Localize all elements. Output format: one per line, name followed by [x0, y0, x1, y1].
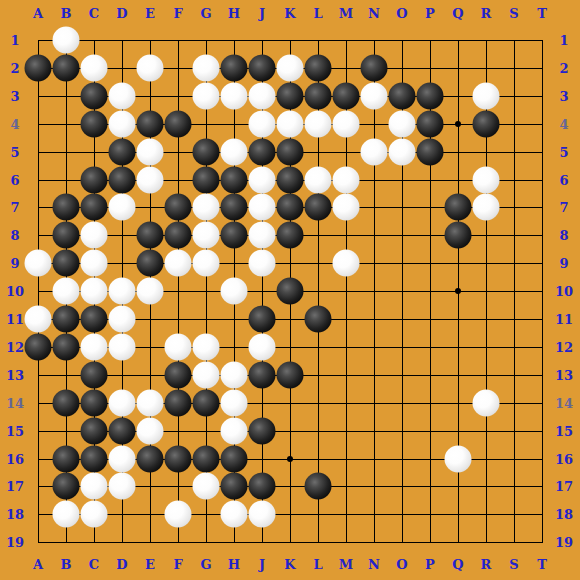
grid-horizontal-line: [38, 542, 543, 543]
white-stone-a11[interactable]: [25, 306, 52, 333]
column-label-top-h: H: [228, 7, 240, 20]
white-stone-g8[interactable]: [193, 222, 220, 249]
column-label-bottom-e: E: [145, 558, 155, 571]
white-stone-j4[interactable]: [249, 110, 276, 137]
white-stone-g9[interactable]: [193, 250, 220, 277]
white-stone-j3[interactable]: [249, 82, 276, 109]
black-stone-d5[interactable]: [109, 138, 136, 165]
white-stone-o5[interactable]: [389, 138, 416, 165]
column-label-bottom-h: H: [228, 558, 240, 571]
row-label-right-5: 5: [559, 145, 568, 158]
row-label-right-11: 11: [555, 313, 573, 326]
row-label-right-3: 3: [559, 89, 568, 102]
column-label-bottom-a: A: [33, 558, 43, 571]
white-stone-e15[interactable]: [137, 417, 164, 444]
white-stone-g12[interactable]: [193, 333, 220, 360]
black-stone-l7[interactable]: [305, 194, 332, 221]
black-stone-b11[interactable]: [53, 306, 80, 333]
black-stone-g6[interactable]: [193, 166, 220, 193]
column-label-top-f: F: [173, 7, 182, 20]
row-label-left-5: 5: [10, 145, 19, 158]
go-board[interactable]: AABBCCDDEEFFGGHHJJKKLLMMNNOOPPQQRRSSTT11…: [0, 0, 580, 580]
column-label-bottom-s: S: [509, 558, 518, 571]
white-stone-f18[interactable]: [165, 501, 192, 528]
row-label-left-15: 15: [6, 424, 24, 437]
row-label-right-9: 9: [559, 257, 568, 270]
white-stone-c17[interactable]: [81, 473, 108, 500]
column-label-top-l: L: [313, 7, 322, 20]
black-stone-e16[interactable]: [137, 445, 164, 472]
row-label-left-11: 11: [6, 313, 24, 326]
column-label-top-k: K: [284, 7, 295, 20]
black-stone-l11[interactable]: [305, 306, 332, 333]
grid-vertical-line: [514, 40, 515, 543]
black-stone-l2[interactable]: [305, 54, 332, 81]
column-label-bottom-p: P: [425, 558, 435, 571]
column-label-top-e: E: [145, 7, 155, 20]
row-label-left-3: 3: [10, 89, 19, 102]
row-label-right-7: 7: [559, 201, 568, 214]
white-stone-h13[interactable]: [221, 361, 248, 388]
column-label-top-o: O: [396, 7, 407, 20]
row-label-right-19: 19: [555, 536, 573, 549]
white-stone-b10[interactable]: [53, 278, 80, 305]
black-stone-p5[interactable]: [417, 138, 444, 165]
black-stone-j17[interactable]: [249, 473, 276, 500]
white-stone-n5[interactable]: [361, 138, 388, 165]
column-label-bottom-j: J: [259, 558, 265, 571]
white-stone-j6[interactable]: [249, 166, 276, 193]
column-label-bottom-k: K: [284, 558, 295, 571]
row-label-left-19: 19: [6, 536, 24, 549]
white-stone-d11[interactable]: [109, 306, 136, 333]
white-stone-r7[interactable]: [473, 194, 500, 221]
black-stone-n2[interactable]: [361, 54, 388, 81]
black-stone-b14[interactable]: [53, 389, 80, 416]
black-stone-b7[interactable]: [53, 194, 80, 221]
black-stone-f4[interactable]: [165, 110, 192, 137]
row-label-left-7: 7: [10, 201, 19, 214]
white-stone-m9[interactable]: [333, 250, 360, 277]
column-label-top-r: R: [481, 7, 492, 20]
column-label-bottom-l: L: [313, 558, 322, 571]
row-label-right-12: 12: [555, 340, 573, 353]
black-stone-q8[interactable]: [445, 222, 472, 249]
white-stone-q16[interactable]: [445, 445, 472, 472]
column-label-bottom-r: R: [481, 558, 492, 571]
white-stone-k2[interactable]: [277, 54, 304, 81]
black-stone-k10[interactable]: [277, 278, 304, 305]
row-label-left-10: 10: [6, 285, 24, 298]
black-stone-f7[interactable]: [165, 194, 192, 221]
white-stone-e6[interactable]: [137, 166, 164, 193]
row-label-right-2: 2: [559, 61, 568, 74]
white-stone-c9[interactable]: [81, 250, 108, 277]
white-stone-d14[interactable]: [109, 389, 136, 416]
black-stone-f8[interactable]: [165, 222, 192, 249]
column-label-bottom-c: C: [89, 558, 99, 571]
black-stone-p4[interactable]: [417, 110, 444, 137]
black-stone-b2[interactable]: [53, 54, 80, 81]
column-label-top-t: T: [537, 7, 547, 20]
white-stone-g7[interactable]: [193, 194, 220, 221]
column-label-bottom-t: T: [537, 558, 547, 571]
white-stone-l4[interactable]: [305, 110, 332, 137]
black-stone-f14[interactable]: [165, 389, 192, 416]
black-stone-c13[interactable]: [81, 361, 108, 388]
black-stone-d6[interactable]: [109, 166, 136, 193]
row-label-left-14: 14: [6, 396, 24, 409]
grid-horizontal-line: [38, 514, 543, 515]
white-stone-g17[interactable]: [193, 473, 220, 500]
white-stone-a9[interactable]: [25, 250, 52, 277]
white-stone-e10[interactable]: [137, 278, 164, 305]
white-stone-c8[interactable]: [81, 222, 108, 249]
white-stone-d17[interactable]: [109, 473, 136, 500]
black-stone-j2[interactable]: [249, 54, 276, 81]
black-stone-e4[interactable]: [137, 110, 164, 137]
black-stone-b8[interactable]: [53, 222, 80, 249]
white-stone-r3[interactable]: [473, 82, 500, 109]
white-stone-k4[interactable]: [277, 110, 304, 137]
white-stone-e14[interactable]: [137, 389, 164, 416]
row-label-left-17: 17: [6, 480, 24, 493]
row-label-right-16: 16: [555, 452, 573, 465]
white-stone-j18[interactable]: [249, 501, 276, 528]
black-stone-c3[interactable]: [81, 82, 108, 109]
row-label-right-1: 1: [559, 34, 568, 47]
black-stone-c6[interactable]: [81, 166, 108, 193]
black-stone-m3[interactable]: [333, 82, 360, 109]
black-stone-h17[interactable]: [221, 473, 248, 500]
black-stone-o3[interactable]: [389, 82, 416, 109]
white-stone-e2[interactable]: [137, 54, 164, 81]
column-label-top-n: N: [368, 7, 380, 20]
white-stone-n3[interactable]: [361, 82, 388, 109]
white-stone-g13[interactable]: [193, 361, 220, 388]
white-stone-f9[interactable]: [165, 250, 192, 277]
white-stone-e5[interactable]: [137, 138, 164, 165]
black-stone-r4[interactable]: [473, 110, 500, 137]
black-stone-e8[interactable]: [137, 222, 164, 249]
white-stone-j7[interactable]: [249, 194, 276, 221]
black-stone-l3[interactable]: [305, 82, 332, 109]
white-stone-l6[interactable]: [305, 166, 332, 193]
black-stone-l17[interactable]: [305, 473, 332, 500]
row-label-left-2: 2: [10, 61, 19, 74]
white-stone-d16[interactable]: [109, 445, 136, 472]
white-stone-g2[interactable]: [193, 54, 220, 81]
black-stone-j5[interactable]: [249, 138, 276, 165]
row-label-right-10: 10: [555, 285, 573, 298]
black-stone-p3[interactable]: [417, 82, 444, 109]
white-stone-h15[interactable]: [221, 417, 248, 444]
black-stone-e9[interactable]: [137, 250, 164, 277]
row-label-left-9: 9: [10, 257, 19, 270]
black-stone-b12[interactable]: [53, 333, 80, 360]
star-point-q10: [455, 288, 461, 294]
column-label-top-c: C: [89, 7, 99, 20]
white-stone-b1[interactable]: [53, 27, 80, 54]
black-stone-c14[interactable]: [81, 389, 108, 416]
black-stone-b16[interactable]: [53, 445, 80, 472]
black-stone-f13[interactable]: [165, 361, 192, 388]
row-label-right-17: 17: [555, 480, 573, 493]
black-stone-b9[interactable]: [53, 250, 80, 277]
white-stone-r6[interactable]: [473, 166, 500, 193]
row-label-left-6: 6: [10, 173, 19, 186]
black-stone-k6[interactable]: [277, 166, 304, 193]
white-stone-m4[interactable]: [333, 110, 360, 137]
row-label-left-1: 1: [10, 34, 19, 47]
white-stone-o4[interactable]: [389, 110, 416, 137]
white-stone-j12[interactable]: [249, 333, 276, 360]
black-stone-f16[interactable]: [165, 445, 192, 472]
black-stone-k7[interactable]: [277, 194, 304, 221]
star-point-k16: [287, 456, 293, 462]
column-label-top-g: G: [200, 7, 211, 20]
column-label-top-j: J: [259, 7, 265, 20]
white-stone-m7[interactable]: [333, 194, 360, 221]
column-label-top-q: Q: [452, 7, 463, 20]
column-label-top-a: A: [33, 7, 43, 20]
black-stone-c11[interactable]: [81, 306, 108, 333]
black-stone-c7[interactable]: [81, 194, 108, 221]
column-label-bottom-o: O: [396, 558, 407, 571]
column-label-bottom-g: G: [200, 558, 211, 571]
white-stone-h5[interactable]: [221, 138, 248, 165]
column-label-top-s: S: [509, 7, 518, 20]
row-label-left-4: 4: [10, 117, 19, 130]
black-stone-h16[interactable]: [221, 445, 248, 472]
black-stone-k13[interactable]: [277, 361, 304, 388]
black-stone-c16[interactable]: [81, 445, 108, 472]
column-label-bottom-q: Q: [452, 558, 463, 571]
row-label-left-8: 8: [10, 229, 19, 242]
black-stone-h2[interactable]: [221, 54, 248, 81]
column-label-top-d: D: [116, 7, 127, 20]
row-label-right-13: 13: [555, 368, 573, 381]
row-label-right-15: 15: [555, 424, 573, 437]
white-stone-c2[interactable]: [81, 54, 108, 81]
white-stone-f12[interactable]: [165, 333, 192, 360]
black-stone-b17[interactable]: [53, 473, 80, 500]
black-stone-h7[interactable]: [221, 194, 248, 221]
white-stone-h10[interactable]: [221, 278, 248, 305]
black-stone-d15[interactable]: [109, 417, 136, 444]
white-stone-h18[interactable]: [221, 501, 248, 528]
black-stone-g16[interactable]: [193, 445, 220, 472]
white-stone-c12[interactable]: [81, 333, 108, 360]
row-label-left-13: 13: [6, 368, 24, 381]
column-label-bottom-d: D: [116, 558, 127, 571]
row-label-left-18: 18: [6, 508, 24, 521]
white-stone-d3[interactable]: [109, 82, 136, 109]
white-stone-r14[interactable]: [473, 389, 500, 416]
black-stone-h8[interactable]: [221, 222, 248, 249]
column-label-bottom-b: B: [61, 558, 72, 571]
black-stone-j15[interactable]: [249, 417, 276, 444]
row-label-right-8: 8: [559, 229, 568, 242]
white-stone-d10[interactable]: [109, 278, 136, 305]
white-stone-c18[interactable]: [81, 501, 108, 528]
column-label-top-p: P: [425, 7, 435, 20]
black-stone-c4[interactable]: [81, 110, 108, 137]
grid-vertical-line: [374, 40, 375, 543]
row-label-right-6: 6: [559, 173, 568, 186]
black-stone-h6[interactable]: [221, 166, 248, 193]
white-stone-b18[interactable]: [53, 501, 80, 528]
black-stone-j13[interactable]: [249, 361, 276, 388]
white-stone-h3[interactable]: [221, 82, 248, 109]
star-point-q4: [455, 121, 461, 127]
row-label-right-4: 4: [559, 117, 568, 130]
row-label-right-18: 18: [555, 508, 573, 521]
black-stone-c15[interactable]: [81, 417, 108, 444]
row-label-right-14: 14: [555, 396, 573, 409]
black-stone-q7[interactable]: [445, 194, 472, 221]
white-stone-d4[interactable]: [109, 110, 136, 137]
column-label-bottom-f: F: [173, 558, 182, 571]
row-label-left-16: 16: [6, 452, 24, 465]
grid-vertical-line: [542, 40, 543, 543]
black-stone-k8[interactable]: [277, 222, 304, 249]
black-stone-a2[interactable]: [25, 54, 52, 81]
white-stone-m6[interactable]: [333, 166, 360, 193]
white-stone-g3[interactable]: [193, 82, 220, 109]
white-stone-j9[interactable]: [249, 250, 276, 277]
black-stone-k5[interactable]: [277, 138, 304, 165]
row-label-left-12: 12: [6, 340, 24, 353]
white-stone-d7[interactable]: [109, 194, 136, 221]
black-stone-k3[interactable]: [277, 82, 304, 109]
column-label-top-b: B: [61, 7, 72, 20]
black-stone-g14[interactable]: [193, 389, 220, 416]
column-label-bottom-n: N: [368, 558, 380, 571]
column-label-bottom-m: M: [339, 558, 353, 571]
black-stone-j11[interactable]: [249, 306, 276, 333]
white-stone-h14[interactable]: [221, 389, 248, 416]
white-stone-j8[interactable]: [249, 222, 276, 249]
white-stone-c10[interactable]: [81, 278, 108, 305]
black-stone-a12[interactable]: [25, 333, 52, 360]
white-stone-d12[interactable]: [109, 333, 136, 360]
black-stone-g5[interactable]: [193, 138, 220, 165]
column-label-top-m: M: [339, 7, 353, 20]
